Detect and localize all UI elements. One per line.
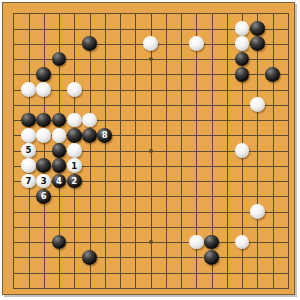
- stone-black[interactable]: [82, 128, 97, 143]
- stone-black[interactable]: [204, 250, 219, 265]
- stone-black[interactable]: [250, 36, 265, 51]
- move-number-label: 8: [102, 131, 108, 140]
- stone-white[interactable]: [235, 36, 250, 51]
- stone-black[interactable]: [82, 250, 97, 265]
- stone-black[interactable]: [52, 235, 67, 250]
- stone-white[interactable]: [235, 235, 250, 250]
- stone-white[interactable]: [67, 143, 82, 158]
- stone-black[interactable]: [250, 21, 265, 36]
- stone-white[interactable]: [36, 82, 51, 97]
- stones-layer: 84265173: [6, 6, 296, 296]
- stone-black[interactable]: [235, 67, 250, 82]
- stone-white[interactable]: [21, 128, 36, 143]
- stone-white[interactable]: [36, 128, 51, 143]
- stone-black[interactable]: [52, 52, 67, 67]
- stone-black[interactable]: [36, 67, 51, 82]
- stone-white[interactable]: [52, 128, 67, 143]
- stone-white[interactable]: [250, 204, 265, 219]
- move-number-label: 1: [71, 162, 77, 171]
- stone-black[interactable]: [52, 143, 67, 158]
- stone-white[interactable]: [21, 158, 36, 173]
- stone-white[interactable]: [67, 113, 82, 128]
- go-board[interactable]: 84265173: [2, 2, 295, 295]
- stone-black[interactable]: 2: [67, 174, 82, 189]
- stone-black[interactable]: [36, 158, 51, 173]
- stone-white[interactable]: 1: [67, 158, 82, 173]
- move-number-label: 3: [41, 177, 47, 186]
- stone-black[interactable]: [82, 36, 97, 51]
- stone-white[interactable]: [235, 21, 250, 36]
- stone-white[interactable]: [143, 36, 158, 51]
- stone-white[interactable]: 3: [36, 174, 51, 189]
- stone-black[interactable]: [52, 113, 67, 128]
- stone-black[interactable]: [52, 158, 67, 173]
- stone-white[interactable]: [189, 235, 204, 250]
- move-number-label: 2: [71, 177, 77, 186]
- stone-black[interactable]: 8: [97, 128, 112, 143]
- stone-white[interactable]: 5: [21, 143, 36, 158]
- stone-white[interactable]: [21, 82, 36, 97]
- stone-black[interactable]: [21, 113, 36, 128]
- stone-black[interactable]: [67, 128, 82, 143]
- stone-black[interactable]: 6: [36, 189, 51, 204]
- stone-black[interactable]: 4: [52, 174, 67, 189]
- stone-black[interactable]: [235, 52, 250, 67]
- move-number-label: 4: [56, 177, 62, 186]
- stone-black[interactable]: [36, 113, 51, 128]
- move-number-label: 5: [26, 146, 32, 155]
- stone-white[interactable]: [250, 97, 265, 112]
- move-number-label: 7: [26, 177, 32, 186]
- stone-white[interactable]: [235, 143, 250, 158]
- stone-white[interactable]: 7: [21, 174, 36, 189]
- stone-white[interactable]: [82, 113, 97, 128]
- stone-black[interactable]: [204, 235, 219, 250]
- move-number-label: 6: [41, 192, 47, 201]
- stone-black[interactable]: [265, 67, 280, 82]
- stone-white[interactable]: [67, 82, 82, 97]
- stone-white[interactable]: [189, 36, 204, 51]
